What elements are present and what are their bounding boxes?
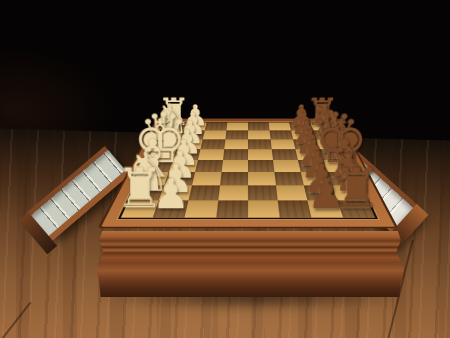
square-e4[interactable] [222,160,248,172]
square-c4[interactable] [224,139,248,149]
square-a5[interactable] [248,123,270,131]
square-g4[interactable] [218,185,248,200]
square-e5[interactable] [248,160,274,172]
white-pawn-glyph: ♟ [141,176,201,212]
chess-board-frame: ♜♟♟♜♞♟♟♞♝♟♟♝♛♟♟♛♚♟♟♚♝♟♟♝♞♟♟♞♜♟♟♜ [101,119,395,227]
square-c5[interactable] [248,139,272,149]
square-g5[interactable] [248,185,278,200]
square-h4[interactable] [216,200,248,217]
square-f4[interactable] [220,172,248,185]
square-b4[interactable] [225,131,248,140]
chess-board[interactable]: ♜♟♟♜♞♟♟♞♝♟♟♝♛♟♟♛♚♟♟♚♝♟♟♝♞♟♟♞♜♟♟♜ [121,123,375,218]
square-h5[interactable] [248,200,280,217]
square-h2[interactable]: ♟ [153,200,189,217]
square-a4[interactable] [226,123,248,131]
black-pawn-glyph: ♟ [296,176,356,212]
square-d4[interactable] [223,149,248,160]
board-perspective-scene: ♜♟♟♜♞♟♟♞♝♟♟♝♛♟♟♛♚♟♟♚♝♟♟♝♞♟♟♞♜♟♟♜ [0,0,450,338]
photo-of-chess-set: ♜♟♟♜♞♟♟♞♝♟♟♝♛♟♟♛♚♟♟♚♝♟♟♝♞♟♟♞♜♟♟♜ [0,0,450,338]
square-b5[interactable] [248,131,271,140]
square-h7[interactable]: ♟ [307,200,343,217]
square-f5[interactable] [248,172,276,185]
square-d5[interactable] [248,149,273,160]
